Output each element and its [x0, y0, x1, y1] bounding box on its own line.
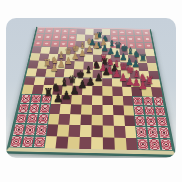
- board-square[interactable]: [103, 126, 114, 138]
- board-square[interactable]: [156, 116, 169, 127]
- board-square[interactable]: [83, 62, 92, 70]
- board-square[interactable]: [81, 104, 92, 114]
- board-square[interactable]: [102, 86, 112, 95]
- board-square[interactable]: [113, 105, 124, 115]
- board-square[interactable]: [102, 115, 113, 126]
- board-square[interactable]: [79, 137, 91, 149]
- board-square[interactable]: [148, 71, 159, 79]
- board-square[interactable]: [113, 115, 124, 126]
- board-square[interactable]: [114, 126, 126, 138]
- board-square[interactable]: [70, 104, 81, 114]
- board-square[interactable]: [72, 86, 83, 95]
- board-square[interactable]: [92, 105, 103, 115]
- board-square[interactable]: [151, 87, 163, 96]
- board-square[interactable]: [93, 62, 102, 70]
- board-square[interactable]: [83, 77, 93, 86]
- board-square[interactable]: [103, 137, 115, 149]
- board-square[interactable]: [82, 95, 93, 105]
- board-square[interactable]: [74, 69, 84, 77]
- board-perspective-wrap: [6, 27, 176, 155]
- board-square[interactable]: [92, 115, 103, 126]
- board-photo: ♜♞♝♛♚♝♞♜♟♟♟♟♟♟♟♟♜♞♝♛♚♝♞♜♟♟♟♟♟♟♟♟♜♞♝♛♚♝♞♜…: [6, 18, 176, 158]
- screenshot-page: ♜♞♝♛♚♝♞♜♟♟♟♟♟♟♟♟♜♞♝♛♚♝♞♜♟♟♟♟♟♟♟♟♜♞♝♛♚♝♞♜…: [0, 0, 182, 182]
- board-square[interactable]: [69, 125, 81, 137]
- board-square[interactable]: [102, 62, 111, 70]
- board-square[interactable]: [68, 136, 80, 148]
- board-square[interactable]: [81, 115, 92, 126]
- chessboard: [6, 27, 176, 155]
- board-square[interactable]: [158, 127, 171, 139]
- board-square[interactable]: [92, 95, 102, 105]
- board-square[interactable]: [102, 70, 112, 78]
- board-square[interactable]: [83, 69, 93, 77]
- board-square[interactable]: [73, 77, 83, 86]
- board-square[interactable]: [154, 106, 166, 116]
- board-square[interactable]: [91, 126, 102, 138]
- board-square[interactable]: [102, 95, 112, 105]
- board-square[interactable]: [114, 137, 126, 149]
- board-square[interactable]: [91, 137, 103, 149]
- board-square[interactable]: [71, 95, 82, 105]
- board-square[interactable]: [112, 87, 122, 96]
- board-square[interactable]: [150, 79, 161, 88]
- board-square[interactable]: [159, 138, 173, 150]
- board-square[interactable]: [93, 70, 103, 78]
- board-square[interactable]: [102, 105, 113, 115]
- board-square[interactable]: [112, 96, 123, 106]
- board-square[interactable]: [92, 86, 102, 95]
- board-square[interactable]: [70, 114, 82, 125]
- board-square[interactable]: [92, 78, 102, 87]
- board-square[interactable]: [153, 96, 165, 106]
- board-square[interactable]: [74, 62, 84, 70]
- board-square[interactable]: [82, 86, 92, 95]
- board-square[interactable]: [102, 78, 112, 87]
- board-square[interactable]: [80, 125, 92, 137]
